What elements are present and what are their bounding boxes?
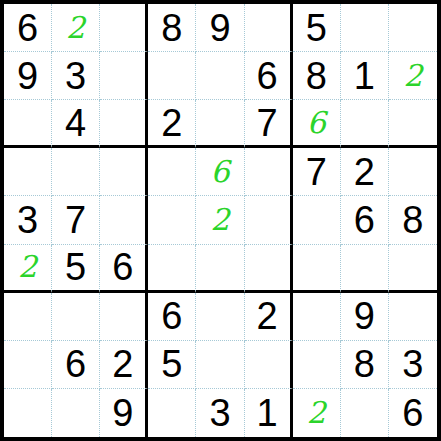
cell-r6c8[interactable] bbox=[341, 245, 389, 293]
cell-r1c8[interactable] bbox=[341, 4, 389, 52]
cell-r3c6[interactable]: 7 bbox=[245, 100, 293, 148]
cell-r6c1[interactable]: 2 bbox=[4, 245, 52, 293]
cell-r9c2[interactable] bbox=[52, 389, 100, 437]
cell-r8c6[interactable] bbox=[245, 341, 293, 389]
cell-r6c5[interactable] bbox=[196, 245, 244, 293]
cell-r3c4[interactable]: 2 bbox=[148, 100, 196, 148]
given-digit: 9 bbox=[17, 57, 38, 95]
cell-r1c3[interactable] bbox=[100, 4, 148, 52]
given-digit: 8 bbox=[402, 201, 423, 239]
given-digit: 1 bbox=[354, 57, 375, 95]
cell-r8c9[interactable]: 3 bbox=[389, 341, 437, 389]
cell-r7c9[interactable] bbox=[389, 293, 437, 341]
given-digit: 7 bbox=[306, 153, 327, 191]
cell-r4c4[interactable] bbox=[148, 148, 196, 196]
cell-r3c9[interactable] bbox=[389, 100, 437, 148]
cell-r9c9[interactable]: 6 bbox=[389, 389, 437, 437]
cell-r5c3[interactable] bbox=[100, 196, 148, 244]
cell-r1c7[interactable]: 5 bbox=[293, 4, 341, 52]
cell-r8c3[interactable]: 2 bbox=[100, 341, 148, 389]
given-digit: 7 bbox=[257, 104, 278, 142]
cell-r5c7[interactable] bbox=[293, 196, 341, 244]
cell-r1c9[interactable] bbox=[389, 4, 437, 52]
given-digit: 3 bbox=[402, 345, 423, 383]
given-digit: 2 bbox=[112, 345, 133, 383]
given-digit: 6 bbox=[161, 297, 182, 335]
cell-r1c4[interactable]: 8 bbox=[148, 4, 196, 52]
cell-r7c3[interactable] bbox=[100, 293, 148, 341]
entered-digit: 2 bbox=[18, 252, 37, 282]
cell-r3c8[interactable] bbox=[341, 100, 389, 148]
cell-r9c1[interactable] bbox=[4, 389, 52, 437]
cell-r2c7[interactable]: 8 bbox=[293, 52, 341, 100]
entered-digit: 2 bbox=[307, 398, 326, 428]
cell-r5c8[interactable]: 6 bbox=[341, 196, 389, 244]
cell-r3c3[interactable] bbox=[100, 100, 148, 148]
cell-r9c7[interactable]: 2 bbox=[293, 389, 341, 437]
cell-r6c6[interactable] bbox=[245, 245, 293, 293]
given-digit: 3 bbox=[65, 57, 86, 95]
entered-digit: 2 bbox=[66, 13, 85, 43]
given-digit: 8 bbox=[306, 57, 327, 95]
cell-r8c2[interactable]: 6 bbox=[52, 341, 100, 389]
cell-r4c5[interactable]: 6 bbox=[196, 148, 244, 196]
sudoku-board: 628959368124276672372682566296258393126 bbox=[0, 0, 441, 441]
cell-r6c3[interactable]: 6 bbox=[100, 245, 148, 293]
cell-r4c3[interactable] bbox=[100, 148, 148, 196]
cell-r1c1[interactable]: 6 bbox=[4, 4, 52, 52]
given-digit: 6 bbox=[17, 9, 38, 47]
given-digit: 6 bbox=[257, 57, 278, 95]
cell-r5c6[interactable] bbox=[245, 196, 293, 244]
cell-r2c6[interactable]: 6 bbox=[245, 52, 293, 100]
cell-r7c8[interactable]: 9 bbox=[341, 293, 389, 341]
cell-r1c5[interactable]: 9 bbox=[196, 4, 244, 52]
cell-r5c1[interactable]: 3 bbox=[4, 196, 52, 244]
cell-r6c4[interactable] bbox=[148, 245, 196, 293]
cell-r7c5[interactable] bbox=[196, 293, 244, 341]
cell-r2c5[interactable] bbox=[196, 52, 244, 100]
entered-digit: 6 bbox=[307, 108, 326, 138]
given-digit: 3 bbox=[209, 394, 230, 432]
cell-r7c4[interactable]: 6 bbox=[148, 293, 196, 341]
cell-r2c8[interactable]: 1 bbox=[341, 52, 389, 100]
cell-r9c4[interactable] bbox=[148, 389, 196, 437]
cell-r9c8[interactable] bbox=[341, 389, 389, 437]
entered-digit: 2 bbox=[403, 61, 422, 91]
cell-r6c2[interactable]: 5 bbox=[52, 245, 100, 293]
cell-r7c7[interactable] bbox=[293, 293, 341, 341]
cell-r2c2[interactable]: 3 bbox=[52, 52, 100, 100]
cell-r8c8[interactable]: 8 bbox=[341, 341, 389, 389]
cell-r3c1[interactable] bbox=[4, 100, 52, 148]
given-digit: 9 bbox=[112, 394, 133, 432]
given-digit: 6 bbox=[402, 394, 423, 432]
cell-r8c5[interactable] bbox=[196, 341, 244, 389]
given-digit: 6 bbox=[65, 345, 86, 383]
given-digit: 2 bbox=[257, 297, 278, 335]
entered-digit: 6 bbox=[210, 157, 229, 187]
cell-r5c2[interactable]: 7 bbox=[52, 196, 100, 244]
cell-r9c6[interactable]: 1 bbox=[245, 389, 293, 437]
cell-r4c7[interactable]: 7 bbox=[293, 148, 341, 196]
given-digit: 5 bbox=[306, 9, 327, 47]
given-digit: 2 bbox=[161, 104, 182, 142]
given-digit: 7 bbox=[65, 201, 86, 239]
cell-r4c6[interactable] bbox=[245, 148, 293, 196]
given-digit: 9 bbox=[354, 297, 375, 335]
cell-r5c4[interactable] bbox=[148, 196, 196, 244]
given-digit: 6 bbox=[354, 201, 375, 239]
cell-r2c1[interactable]: 9 bbox=[4, 52, 52, 100]
cell-r6c7[interactable] bbox=[293, 245, 341, 293]
cell-r2c9[interactable]: 2 bbox=[389, 52, 437, 100]
cell-r3c2[interactable]: 4 bbox=[52, 100, 100, 148]
cell-r8c4[interactable]: 5 bbox=[148, 341, 196, 389]
given-digit: 6 bbox=[112, 248, 133, 286]
given-digit: 5 bbox=[161, 345, 182, 383]
given-digit: 3 bbox=[17, 201, 38, 239]
cell-r3c5[interactable] bbox=[196, 100, 244, 148]
cell-r7c2[interactable] bbox=[52, 293, 100, 341]
given-digit: 1 bbox=[257, 394, 278, 432]
cell-r7c6[interactable]: 2 bbox=[245, 293, 293, 341]
cell-r3c7[interactable]: 6 bbox=[293, 100, 341, 148]
cell-r7c1[interactable] bbox=[4, 293, 52, 341]
cell-r2c4[interactable] bbox=[148, 52, 196, 100]
cell-r9c5[interactable]: 3 bbox=[196, 389, 244, 437]
cell-r5c9[interactable]: 8 bbox=[389, 196, 437, 244]
cell-r9c3[interactable]: 9 bbox=[100, 389, 148, 437]
cell-r8c7[interactable] bbox=[293, 341, 341, 389]
given-digit: 8 bbox=[354, 345, 375, 383]
given-digit: 5 bbox=[65, 248, 86, 286]
cell-r4c1[interactable] bbox=[4, 148, 52, 196]
cell-r1c6[interactable] bbox=[245, 4, 293, 52]
cell-r8c1[interactable] bbox=[4, 341, 52, 389]
cell-r4c9[interactable] bbox=[389, 148, 437, 196]
entered-digit: 2 bbox=[210, 205, 229, 235]
cell-r4c8[interactable]: 2 bbox=[341, 148, 389, 196]
given-digit: 4 bbox=[65, 104, 86, 142]
given-digit: 8 bbox=[161, 9, 182, 47]
cell-r1c2[interactable]: 2 bbox=[52, 4, 100, 52]
cell-r2c3[interactable] bbox=[100, 52, 148, 100]
given-digit: 9 bbox=[209, 9, 230, 47]
cell-r5c5[interactable]: 2 bbox=[196, 196, 244, 244]
cell-r4c2[interactable] bbox=[52, 148, 100, 196]
cell-r6c9[interactable] bbox=[389, 245, 437, 293]
given-digit: 2 bbox=[354, 153, 375, 191]
